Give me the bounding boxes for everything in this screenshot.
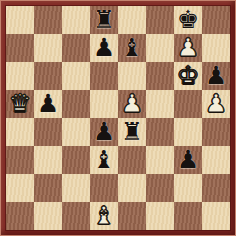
square-g6[interactable]: ♚ [174,62,202,90]
square-c4[interactable] [62,118,90,146]
square-h2[interactable] [202,174,230,202]
square-c6[interactable] [62,62,90,90]
square-b2[interactable] [34,174,62,202]
square-e2[interactable] [118,174,146,202]
white-pawn-g7[interactable]: ♟ [174,34,202,62]
white-king-g6[interactable]: ♚ [174,62,202,90]
square-f1[interactable] [146,202,174,230]
square-a6[interactable] [6,62,34,90]
square-h4[interactable] [202,118,230,146]
square-g1[interactable] [174,202,202,230]
square-e6[interactable] [118,62,146,90]
square-e7[interactable]: ♝ [118,34,146,62]
square-g7[interactable]: ♟ [174,34,202,62]
square-h8[interactable] [202,6,230,34]
black-bishop-d3[interactable]: ♝ [90,146,118,174]
square-a5[interactable]: ♛ [6,90,34,118]
square-b8[interactable] [34,6,62,34]
square-f8[interactable] [146,6,174,34]
white-queen-a5[interactable]: ♛ [6,90,34,118]
square-e3[interactable] [118,146,146,174]
black-pawn-g3[interactable]: ♟ [174,146,202,174]
square-d3[interactable]: ♝ [90,146,118,174]
square-d2[interactable] [90,174,118,202]
square-b3[interactable] [34,146,62,174]
chess-board-frame: ♜♚♟♝♟♚♟♛♟♟♟♟♜♝♟♝ [0,0,236,236]
chess-board: ♜♚♟♝♟♚♟♛♟♟♟♟♜♝♟♝ [6,6,230,230]
square-b7[interactable] [34,34,62,62]
square-a3[interactable] [6,146,34,174]
black-pawn-h6[interactable]: ♟ [202,62,230,90]
square-f6[interactable] [146,62,174,90]
square-b1[interactable] [34,202,62,230]
square-b6[interactable] [34,62,62,90]
square-d6[interactable] [90,62,118,90]
black-king-g8[interactable]: ♚ [174,6,202,34]
square-e4[interactable]: ♜ [118,118,146,146]
square-c2[interactable] [62,174,90,202]
square-a7[interactable] [6,34,34,62]
square-a8[interactable] [6,6,34,34]
square-f2[interactable] [146,174,174,202]
square-h3[interactable] [202,146,230,174]
square-h5[interactable]: ♟ [202,90,230,118]
square-f3[interactable] [146,146,174,174]
square-h1[interactable] [202,202,230,230]
square-g3[interactable]: ♟ [174,146,202,174]
square-h7[interactable] [202,34,230,62]
square-d1[interactable]: ♝ [90,202,118,230]
black-bishop-e7[interactable]: ♝ [118,34,146,62]
black-rook-d8[interactable]: ♜ [90,6,118,34]
square-a4[interactable] [6,118,34,146]
white-pawn-h5[interactable]: ♟ [202,90,230,118]
square-g4[interactable] [174,118,202,146]
square-d5[interactable] [90,90,118,118]
square-d8[interactable]: ♜ [90,6,118,34]
square-d4[interactable]: ♟ [90,118,118,146]
black-pawn-d7[interactable]: ♟ [90,34,118,62]
square-e1[interactable] [118,202,146,230]
square-f4[interactable] [146,118,174,146]
square-a1[interactable] [6,202,34,230]
white-bishop-d1[interactable]: ♝ [90,202,118,230]
square-c3[interactable] [62,146,90,174]
square-f5[interactable] [146,90,174,118]
black-rook-e4[interactable]: ♜ [118,118,146,146]
square-c5[interactable] [62,90,90,118]
black-pawn-d4[interactable]: ♟ [90,118,118,146]
square-g2[interactable] [174,174,202,202]
square-d7[interactable]: ♟ [90,34,118,62]
square-c7[interactable] [62,34,90,62]
square-c1[interactable] [62,202,90,230]
square-h6[interactable]: ♟ [202,62,230,90]
square-e5[interactable]: ♟ [118,90,146,118]
black-pawn-b5[interactable]: ♟ [34,90,62,118]
square-g8[interactable]: ♚ [174,6,202,34]
square-b5[interactable]: ♟ [34,90,62,118]
square-f7[interactable] [146,34,174,62]
square-a2[interactable] [6,174,34,202]
square-g5[interactable] [174,90,202,118]
white-pawn-e5[interactable]: ♟ [118,90,146,118]
square-e8[interactable] [118,6,146,34]
square-b4[interactable] [34,118,62,146]
square-c8[interactable] [62,6,90,34]
